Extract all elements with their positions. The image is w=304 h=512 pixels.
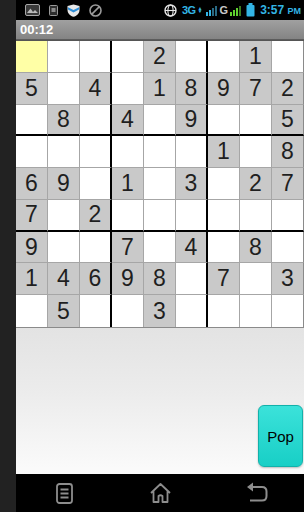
cell-r2c7[interactable]: 9 (208, 73, 240, 105)
cell-r2c5[interactable]: 1 (144, 73, 176, 105)
gallery-icon (25, 4, 40, 16)
cell-r8c2[interactable]: 4 (48, 263, 80, 295)
cell-r8c6[interactable] (176, 263, 208, 295)
network1-arrows-icon: ▲▼ (198, 7, 203, 13)
cell-r4c5[interactable] (144, 136, 176, 168)
cell-r2c8[interactable]: 7 (240, 73, 272, 105)
cell-r8c5[interactable]: 8 (144, 263, 176, 295)
home-icon[interactable] (130, 474, 190, 512)
cell-r3c2[interactable]: 8 (48, 105, 80, 137)
clock: 3:57 PM (260, 3, 301, 17)
status-icons-left (19, 4, 102, 17)
cell-r5c2[interactable]: 9 (48, 168, 80, 200)
cell-r8c9[interactable]: 3 (272, 263, 304, 295)
cell-r1c4[interactable] (112, 41, 144, 73)
cell-r5c1[interactable]: 6 (16, 168, 48, 200)
cell-r5c9[interactable]: 7 (272, 168, 304, 200)
cell-r8c7[interactable]: 7 (208, 263, 240, 295)
cell-r1c2[interactable] (48, 41, 80, 73)
cell-r9c7[interactable] (208, 295, 240, 327)
cell-r5c3[interactable] (80, 168, 112, 200)
cell-r9c1[interactable] (16, 295, 48, 327)
cell-r6c8[interactable] (240, 200, 272, 232)
cell-r9c4[interactable] (112, 295, 144, 327)
cell-r4c8[interactable] (240, 136, 272, 168)
cell-r7c5[interactable] (144, 232, 176, 264)
cell-r5c6[interactable]: 3 (176, 168, 208, 200)
status-bar: 3G ▲▼ G 3:57 PM (16, 0, 304, 20)
cell-r7c2[interactable] (48, 232, 80, 264)
cell-r7c1[interactable]: 9 (16, 232, 48, 264)
cell-r8c3[interactable]: 6 (80, 263, 112, 295)
cell-r6c9[interactable] (272, 200, 304, 232)
cell-r1c9[interactable] (272, 41, 304, 73)
cell-r9c2[interactable]: 5 (48, 295, 80, 327)
cell-r2c2[interactable] (48, 73, 80, 105)
cell-r2c3[interactable]: 4 (80, 73, 112, 105)
cell-r6c3[interactable]: 2 (80, 200, 112, 232)
cell-r7c4[interactable]: 7 (112, 232, 144, 264)
cell-r6c7[interactable] (208, 200, 240, 232)
cell-r7c6[interactable]: 4 (176, 232, 208, 264)
cell-r2c9[interactable]: 2 (272, 73, 304, 105)
cell-r9c8[interactable] (240, 295, 272, 327)
battery-icon (246, 3, 255, 17)
cell-r7c7[interactable] (208, 232, 240, 264)
cell-r8c4[interactable]: 9 (112, 263, 144, 295)
content-area: Pop (16, 328, 304, 474)
cell-r7c8[interactable]: 8 (240, 232, 272, 264)
game-timer: 00:12 (16, 22, 53, 37)
data-blocked-icon (89, 4, 102, 17)
cell-r8c8[interactable] (240, 263, 272, 295)
cell-r5c7[interactable] (208, 168, 240, 200)
cell-r8c1[interactable]: 1 (16, 263, 48, 295)
cell-r1c7[interactable] (208, 41, 240, 73)
cell-r3c7[interactable] (208, 105, 240, 137)
cell-r4c7[interactable]: 1 (208, 136, 240, 168)
cell-r1c6[interactable] (176, 41, 208, 73)
phone-screen: 3G ▲▼ G 3:57 PM 00:12 (16, 0, 304, 512)
cell-r5c8[interactable]: 2 (240, 168, 272, 200)
cell-r9c6[interactable] (176, 295, 208, 327)
cell-r1c8[interactable]: 1 (240, 41, 272, 73)
cell-r4c3[interactable] (80, 136, 112, 168)
cell-r3c6[interactable]: 9 (176, 105, 208, 137)
cell-r4c9[interactable]: 8 (272, 136, 304, 168)
cell-r2c4[interactable] (112, 73, 144, 105)
network2-label: G (220, 4, 229, 16)
cell-r3c1[interactable] (16, 105, 48, 137)
android-nav-bar (16, 474, 304, 512)
cell-r5c5[interactable] (144, 168, 176, 200)
cell-r1c5[interactable]: 2 (144, 41, 176, 73)
status-icons-right: 3G ▲▼ G 3:57 PM (164, 3, 301, 17)
sudoku-board: 215418972849518691327729748146987353 (16, 40, 304, 328)
cell-r4c1[interactable] (16, 136, 48, 168)
globe-icon (164, 4, 177, 17)
sdcard-icon (49, 5, 58, 16)
cell-r7c9[interactable] (272, 232, 304, 264)
cell-r6c4[interactable] (112, 200, 144, 232)
cell-r3c9[interactable]: 5 (272, 105, 304, 137)
cell-r4c2[interactable] (48, 136, 80, 168)
cell-r3c3[interactable] (80, 105, 112, 137)
signal-bars-sim1-icon (206, 4, 218, 16)
cell-r1c3[interactable] (80, 41, 112, 73)
cell-r7c3[interactable] (80, 232, 112, 264)
cell-r2c6[interactable]: 8 (176, 73, 208, 105)
network1-label: 3G (182, 4, 196, 16)
shield-icon (67, 4, 80, 17)
cell-r1c1[interactable] (16, 41, 48, 73)
pop-button[interactable]: Pop (258, 405, 303, 467)
cell-r5c4[interactable]: 1 (112, 168, 144, 200)
cell-r3c5[interactable] (144, 105, 176, 137)
cell-r6c6[interactable] (176, 200, 208, 232)
cell-r9c9[interactable] (272, 295, 304, 327)
menu-icon[interactable] (34, 474, 94, 512)
cell-r4c6[interactable] (176, 136, 208, 168)
back-icon[interactable] (226, 474, 286, 512)
cell-r9c3[interactable] (80, 295, 112, 327)
cell-r4c4[interactable] (112, 136, 144, 168)
cell-r9c5[interactable]: 3 (144, 295, 176, 327)
cell-r3c4[interactable]: 4 (112, 105, 144, 137)
cell-r2c1[interactable]: 5 (16, 73, 48, 105)
cell-r6c5[interactable] (144, 200, 176, 232)
signal-bars-sim2-icon (230, 4, 242, 16)
cell-r6c2[interactable] (48, 200, 80, 232)
cell-r3c8[interactable] (240, 105, 272, 137)
cell-r6c1[interactable]: 7 (16, 200, 48, 232)
timer-bar: 00:12 (16, 20, 304, 40)
